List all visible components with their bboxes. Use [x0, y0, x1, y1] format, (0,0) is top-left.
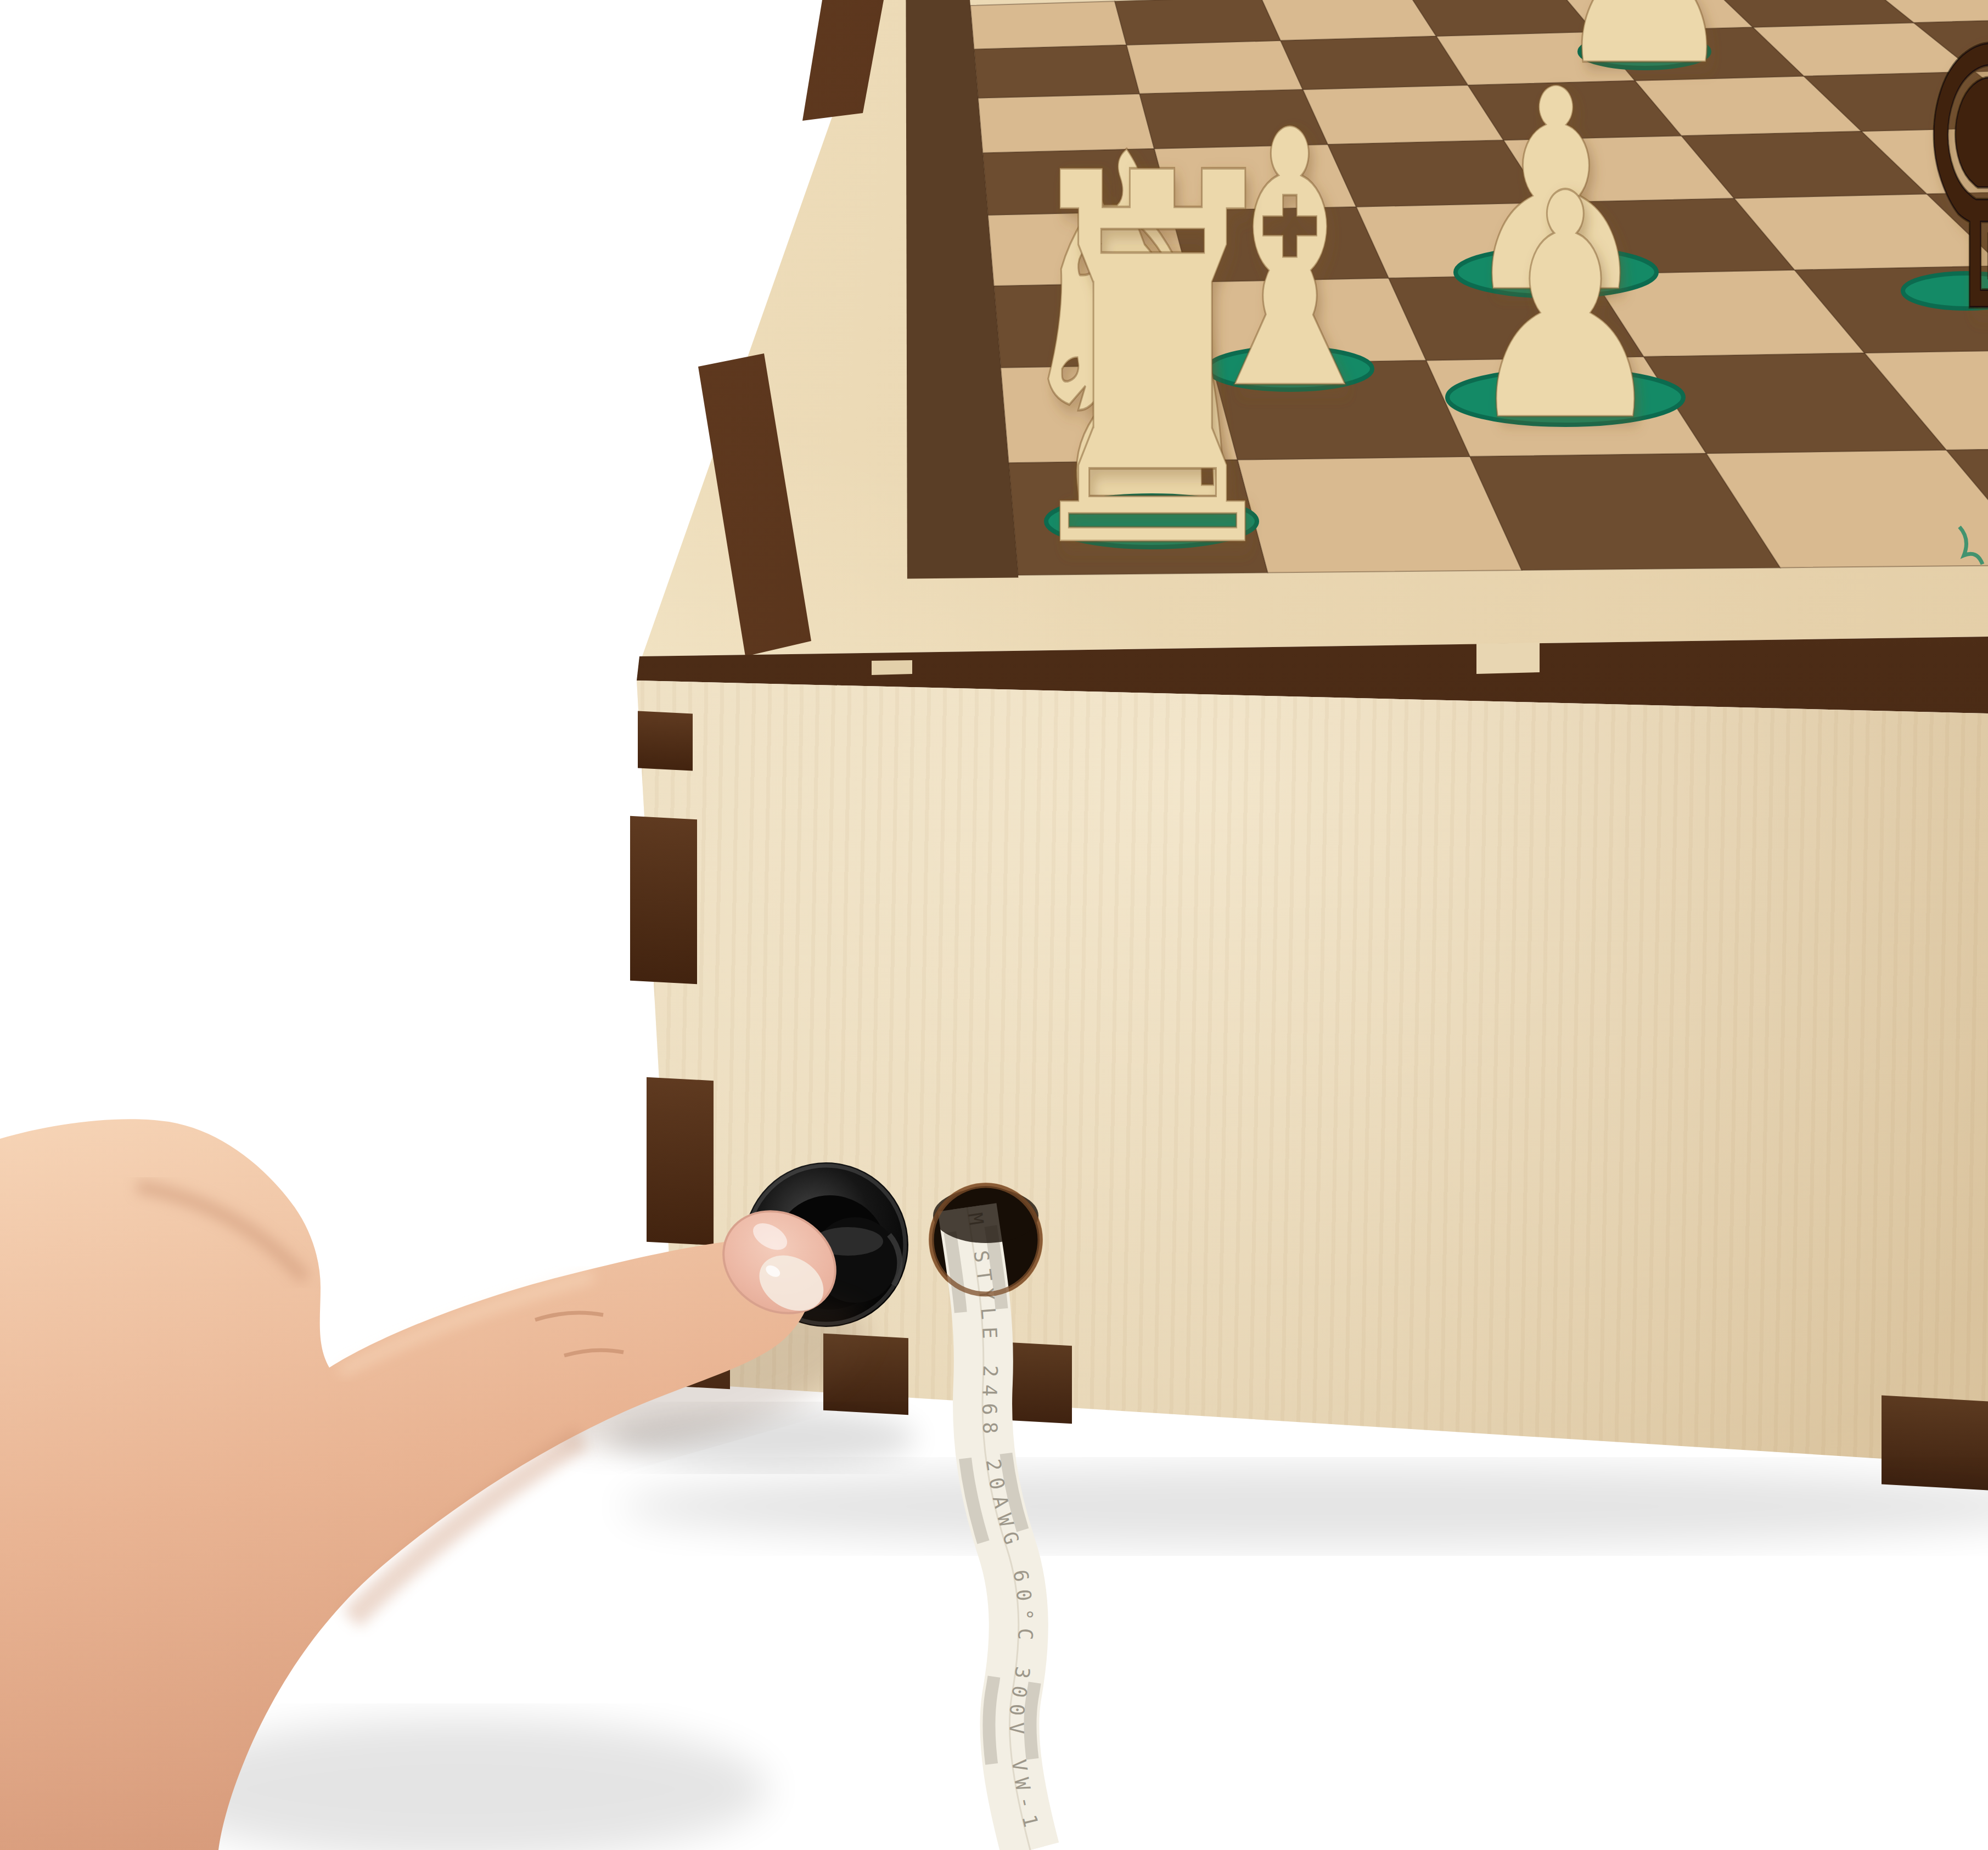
hand-silhouette [0, 1119, 814, 1850]
hand-layer [0, 0, 1988, 1850]
hand [0, 1119, 854, 1850]
photo-chess-box-scene: ♟♟♚♝♟♞♜ [0, 0, 1988, 1850]
